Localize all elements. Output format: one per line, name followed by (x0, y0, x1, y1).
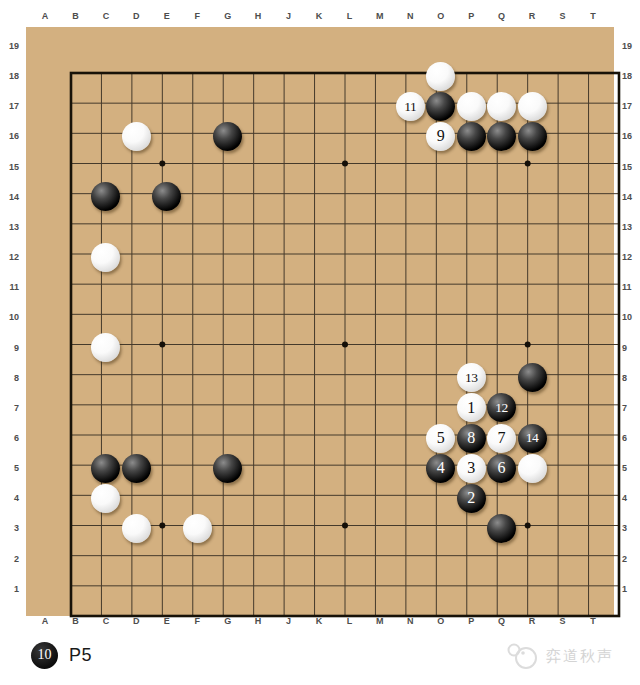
col-label-K: K (304, 614, 334, 628)
col-label-N: N (395, 614, 425, 628)
stone-D5 (122, 454, 151, 483)
stone-P4: 2 (457, 484, 486, 513)
row-label-17: 17 (620, 91, 640, 121)
stone-D3 (122, 514, 151, 543)
row-label-1: 1 (620, 574, 640, 604)
row-label-6: 6 (620, 423, 640, 453)
col-label-C: C (91, 614, 121, 628)
col-label-E: E (152, 9, 182, 23)
row-label-5: 5 (0, 453, 20, 483)
last-move-caption: 10 P5 (31, 641, 92, 669)
stone-Q7: 12 (487, 393, 516, 422)
col-label-G: G (212, 614, 242, 628)
col-label-P: P (456, 9, 486, 23)
col-label-B: B (60, 614, 90, 628)
col-label-F: F (182, 9, 212, 23)
row-label-3: 3 (620, 513, 640, 543)
move-number: 8 (467, 430, 475, 446)
row-label-12: 12 (0, 242, 20, 272)
row-label-16: 16 (620, 121, 640, 151)
bottom-coordinates: ABCDEFGHJKLMNOPQRST (30, 614, 608, 628)
row-label-2: 2 (0, 544, 20, 574)
stone-Q5: 6 (487, 454, 516, 483)
stone-Q17 (487, 92, 516, 121)
row-label-2: 2 (620, 544, 640, 574)
stone-R5 (518, 454, 547, 483)
stone-C5 (91, 454, 120, 483)
watermark-text: 弈道秋声 (546, 647, 614, 666)
stone-D16 (122, 122, 151, 151)
stone-R17 (518, 92, 547, 121)
row-label-15: 15 (620, 152, 640, 182)
row-label-19: 19 (620, 31, 640, 61)
stone-P16 (457, 122, 486, 151)
row-label-4: 4 (0, 483, 20, 513)
stone-R8 (518, 363, 547, 392)
move-number: 2 (467, 490, 475, 506)
col-label-A: A (30, 9, 60, 23)
col-label-K: K (304, 9, 334, 23)
stone-E14 (152, 182, 181, 211)
row-label-18: 18 (0, 61, 20, 91)
stone-O18 (426, 62, 455, 91)
col-label-R: R (517, 9, 547, 23)
col-label-G: G (212, 9, 242, 23)
col-label-T: T (578, 614, 608, 628)
bird-logo-icon (505, 642, 543, 670)
row-label-13: 13 (620, 212, 640, 242)
col-label-L: L (334, 614, 364, 628)
col-label-D: D (121, 614, 151, 628)
move-number: 9 (437, 128, 445, 144)
row-label-9: 9 (0, 332, 20, 362)
stone-C4 (91, 484, 120, 513)
stone-P17 (457, 92, 486, 121)
row-label-8: 8 (0, 363, 20, 393)
stone-C12 (91, 243, 120, 272)
col-label-S: S (547, 9, 577, 23)
stone-G16 (213, 122, 242, 151)
row-label-18: 18 (620, 61, 640, 91)
row-label-9: 9 (620, 332, 640, 362)
top-coordinates: ABCDEFGHJKLMNOPQRST (30, 9, 608, 23)
caption-stone: 10 (31, 642, 58, 669)
row-label-1: 1 (0, 574, 20, 604)
row-label-7: 7 (620, 393, 640, 423)
move-number: 12 (495, 401, 508, 415)
col-label-E: E (152, 614, 182, 628)
move-number: 14 (526, 431, 539, 445)
stone-P7: 1 (457, 393, 486, 422)
col-label-A: A (30, 614, 60, 628)
col-label-O: O (425, 614, 455, 628)
row-label-7: 7 (0, 393, 20, 423)
stone-F3 (183, 514, 212, 543)
row-label-17: 17 (0, 91, 20, 121)
left-coordinates: 19181716151413121110987654321 (0, 31, 20, 604)
col-label-N: N (395, 9, 425, 23)
stones-layer: 11913112587144362 (30, 31, 608, 604)
move-number: 5 (437, 430, 445, 446)
col-label-C: C (91, 9, 121, 23)
row-label-5: 5 (620, 453, 640, 483)
stone-G5 (213, 454, 242, 483)
move-number: 7 (498, 430, 506, 446)
row-label-16: 16 (0, 121, 20, 151)
row-label-12: 12 (620, 242, 640, 272)
go-diagram: ABCDEFGHJKLMNOPQRST ABCDEFGHJKLMNOPQRST … (0, 0, 640, 685)
stone-O17 (426, 92, 455, 121)
col-label-M: M (365, 614, 395, 628)
col-label-Q: Q (486, 614, 516, 628)
row-label-6: 6 (0, 423, 20, 453)
row-label-10: 10 (0, 302, 20, 332)
stone-R16 (518, 122, 547, 151)
row-label-19: 19 (0, 31, 20, 61)
stone-Q16 (487, 122, 516, 151)
stone-Q3 (487, 514, 516, 543)
row-label-11: 11 (0, 272, 20, 302)
row-label-4: 4 (620, 483, 640, 513)
col-label-M: M (365, 9, 395, 23)
col-label-J: J (273, 9, 303, 23)
move-number: 11 (404, 100, 416, 114)
row-label-11: 11 (620, 272, 640, 302)
row-label-8: 8 (620, 363, 640, 393)
watermark: 弈道秋声 (505, 642, 614, 670)
move-number: 13 (465, 371, 478, 385)
move-number: 3 (467, 460, 475, 476)
stone-P5: 3 (457, 454, 486, 483)
stone-C14 (91, 182, 120, 211)
move-number: 1 (467, 400, 475, 416)
col-label-O: O (425, 9, 455, 23)
caption-move-number: 10 (38, 647, 52, 663)
row-label-3: 3 (0, 513, 20, 543)
col-label-J: J (273, 614, 303, 628)
stone-N17: 11 (396, 92, 425, 121)
stone-O5: 4 (426, 454, 455, 483)
stone-P6: 8 (457, 424, 486, 453)
col-label-T: T (578, 9, 608, 23)
move-number: 6 (498, 460, 506, 476)
stone-R6: 14 (518, 424, 547, 453)
col-label-F: F (182, 614, 212, 628)
caption-point-label: P5 (69, 645, 92, 666)
row-label-14: 14 (620, 182, 640, 212)
col-label-Q: Q (486, 9, 516, 23)
right-coordinates: 19181716151413121110987654321 (620, 31, 640, 604)
col-label-S: S (547, 614, 577, 628)
row-label-13: 13 (0, 212, 20, 242)
row-label-14: 14 (0, 182, 20, 212)
col-label-R: R (517, 614, 547, 628)
stone-Q6: 7 (487, 424, 516, 453)
col-label-P: P (456, 614, 486, 628)
col-label-L: L (334, 9, 364, 23)
stone-C9 (91, 333, 120, 362)
stone-O6: 5 (426, 424, 455, 453)
stone-P8: 13 (457, 363, 486, 392)
stone-O16: 9 (426, 122, 455, 151)
row-label-10: 10 (620, 302, 640, 332)
col-label-H: H (243, 9, 273, 23)
row-label-15: 15 (0, 152, 20, 182)
col-label-D: D (121, 9, 151, 23)
move-number: 4 (437, 460, 445, 476)
col-label-H: H (243, 614, 273, 628)
col-label-B: B (60, 9, 90, 23)
